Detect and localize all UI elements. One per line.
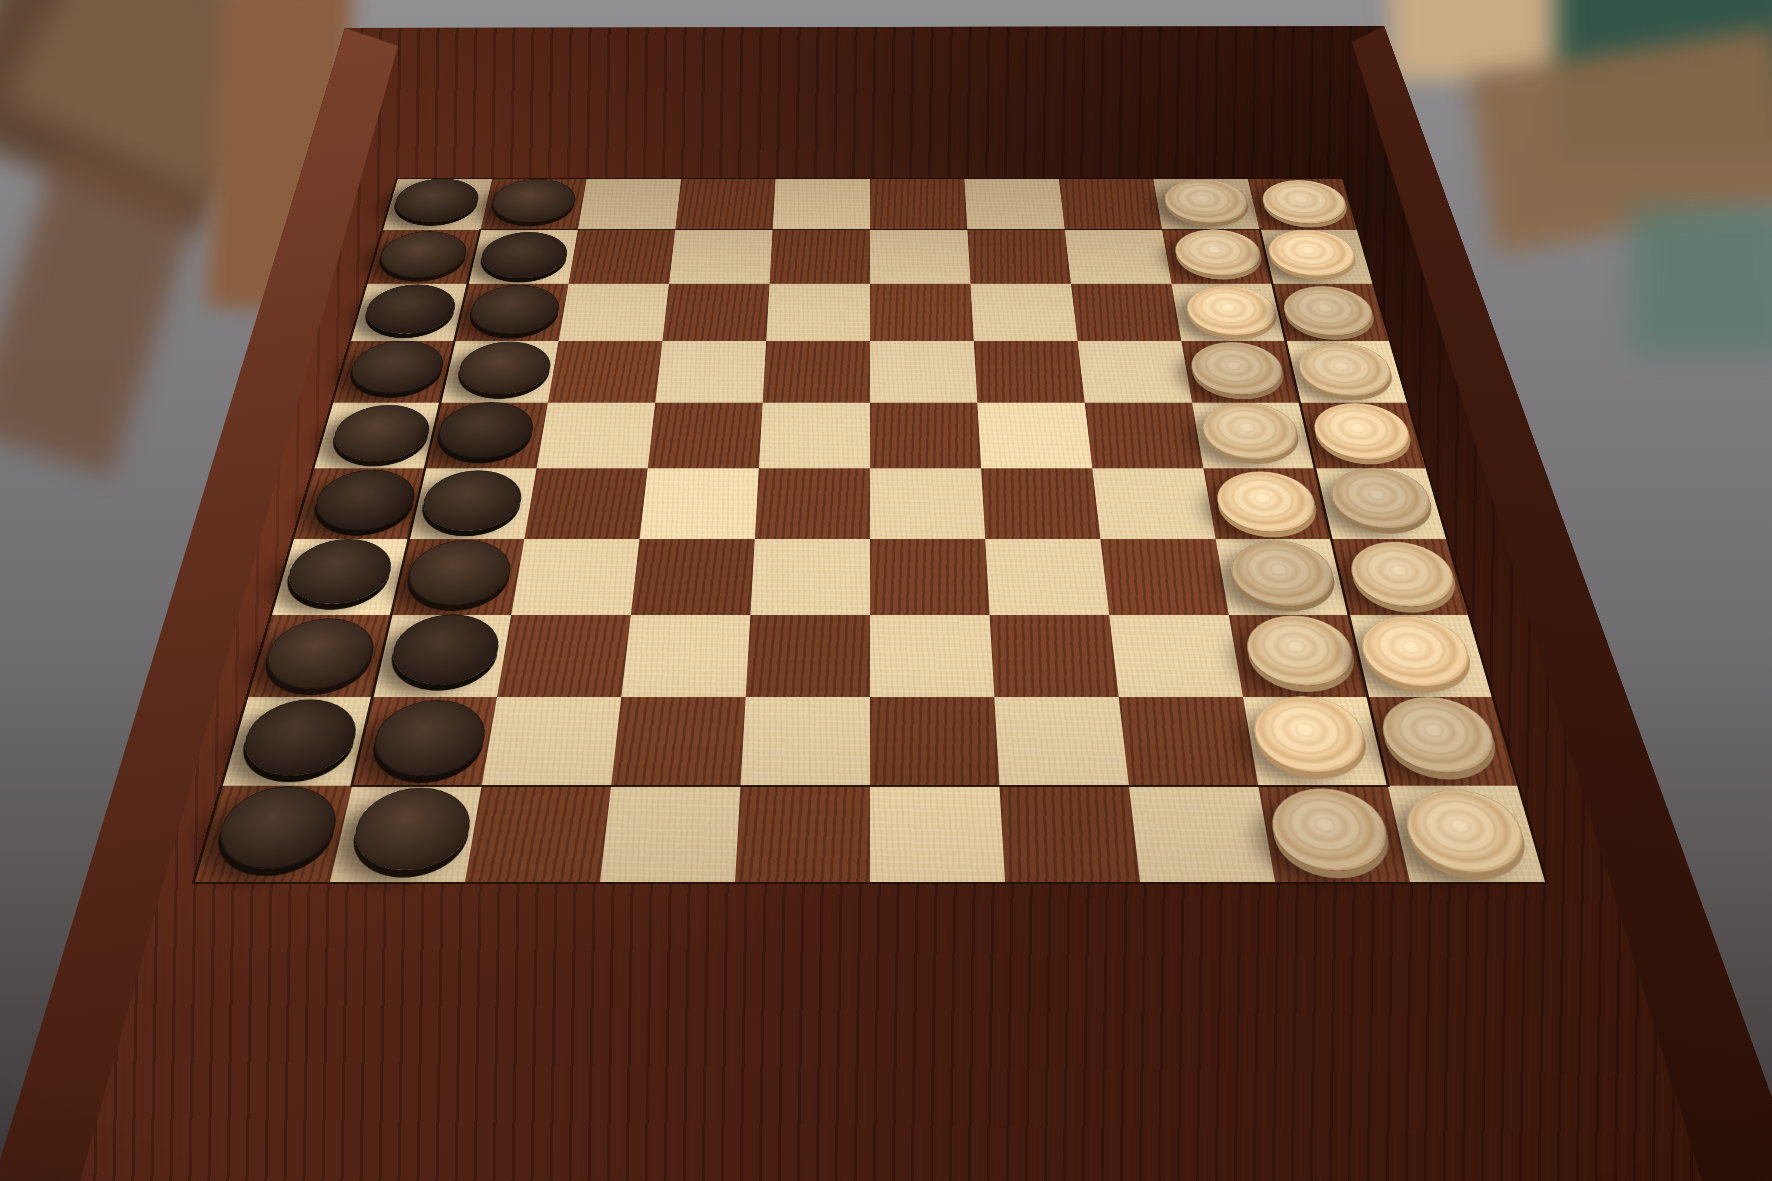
board-square[interactable] xyxy=(735,786,870,882)
board-square[interactable] xyxy=(669,230,773,284)
board-square[interactable] xyxy=(773,179,870,230)
board-square[interactable] xyxy=(977,403,1092,469)
board-square[interactable] xyxy=(1092,468,1215,539)
board-square[interactable] xyxy=(559,284,669,342)
board-square[interactable] xyxy=(750,539,870,615)
board-square[interactable] xyxy=(994,697,1129,786)
board-square[interactable] xyxy=(970,284,1077,342)
board-square[interactable] xyxy=(465,786,611,882)
board-square[interactable] xyxy=(763,341,870,402)
board-square[interactable] xyxy=(482,697,622,786)
board-square[interactable] xyxy=(990,615,1119,697)
board-square[interactable] xyxy=(511,539,639,615)
board-square[interactable] xyxy=(537,403,656,469)
board-square[interactable] xyxy=(985,539,1109,615)
board-square[interactable] xyxy=(746,615,870,697)
board-square[interactable] xyxy=(766,284,870,342)
board-square[interactable] xyxy=(1100,539,1228,615)
board-square[interactable] xyxy=(759,403,870,469)
board-square[interactable] xyxy=(1119,697,1259,786)
blurred-teal-object xyxy=(1630,205,1772,355)
board-square[interactable] xyxy=(870,284,974,342)
board-square[interactable] xyxy=(870,179,967,230)
board-square[interactable] xyxy=(1071,284,1181,342)
board-square[interactable] xyxy=(1078,341,1192,402)
board-square[interactable] xyxy=(655,341,766,402)
board-square[interactable] xyxy=(524,468,647,539)
board-square[interactable] xyxy=(974,341,1085,402)
board-square[interactable] xyxy=(1129,786,1275,882)
board-square[interactable] xyxy=(600,786,741,882)
board-square[interactable] xyxy=(631,539,755,615)
checkers-board xyxy=(195,179,1545,882)
board-square[interactable] xyxy=(999,786,1140,882)
board-square[interactable] xyxy=(1085,403,1204,469)
board-square[interactable] xyxy=(870,230,970,284)
board-square[interactable] xyxy=(755,468,870,539)
board-square[interactable] xyxy=(964,179,1064,230)
board-square[interactable] xyxy=(640,468,759,539)
board-square[interactable] xyxy=(981,468,1100,539)
board-square[interactable] xyxy=(1065,230,1172,284)
board-square[interactable] xyxy=(578,179,681,230)
board-square[interactable] xyxy=(870,697,999,786)
board-square[interactable] xyxy=(548,341,662,402)
board-square[interactable] xyxy=(967,230,1071,284)
board-square[interactable] xyxy=(675,179,775,230)
board-square[interactable] xyxy=(770,230,870,284)
workshop-photo-scene xyxy=(0,0,1772,1181)
board-square[interactable] xyxy=(662,284,769,342)
board-square[interactable] xyxy=(870,615,994,697)
board-square[interactable] xyxy=(870,341,977,402)
board-square[interactable] xyxy=(1109,615,1243,697)
board-square[interactable] xyxy=(648,403,763,469)
board-square[interactable] xyxy=(870,468,985,539)
board-square[interactable] xyxy=(621,615,750,697)
board-square[interactable] xyxy=(611,697,746,786)
board-square[interactable] xyxy=(870,403,981,469)
board-square[interactable] xyxy=(741,697,870,786)
board-square[interactable] xyxy=(569,230,676,284)
board-square[interactable] xyxy=(870,786,1005,882)
board-square[interactable] xyxy=(870,539,990,615)
board-square[interactable] xyxy=(497,615,631,697)
board-square[interactable] xyxy=(1059,179,1162,230)
